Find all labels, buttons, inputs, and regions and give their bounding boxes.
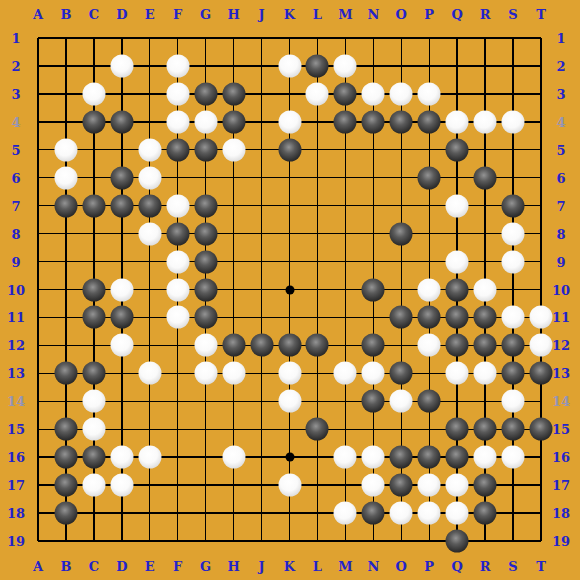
column-label: T [536, 8, 546, 21]
column-label: P [424, 8, 434, 21]
white-stone[interactable] [334, 54, 357, 77]
black-stone[interactable] [446, 306, 469, 329]
black-stone[interactable] [166, 222, 189, 245]
column-label: M [338, 8, 352, 21]
row-label: 16 [7, 451, 25, 464]
white-stone[interactable] [474, 110, 497, 133]
row-label: 2 [11, 59, 20, 72]
black-stone[interactable] [390, 474, 413, 497]
white-stone[interactable] [82, 82, 105, 105]
white-stone[interactable] [138, 166, 161, 189]
column-label: G [200, 560, 211, 573]
black-stone[interactable] [82, 306, 105, 329]
row-label: 14 [552, 395, 570, 408]
black-stone[interactable] [54, 474, 77, 497]
black-stone[interactable] [54, 502, 77, 525]
white-stone[interactable] [418, 82, 441, 105]
white-stone[interactable] [222, 362, 245, 385]
white-stone[interactable] [334, 446, 357, 469]
white-stone[interactable] [362, 82, 385, 105]
column-label: B [60, 560, 71, 573]
black-stone[interactable] [474, 502, 497, 525]
column-label: Q [451, 560, 462, 573]
row-label: 15 [7, 423, 25, 436]
black-stone[interactable] [306, 418, 329, 441]
row-label: 12 [7, 339, 25, 352]
white-stone[interactable] [474, 362, 497, 385]
white-stone[interactable] [530, 334, 553, 357]
black-stone[interactable] [138, 194, 161, 217]
white-stone[interactable] [362, 446, 385, 469]
white-stone[interactable] [110, 446, 133, 469]
row-label: 3 [11, 87, 20, 100]
column-label: J [258, 8, 264, 21]
row-label: 18 [7, 507, 25, 520]
white-stone[interactable] [110, 334, 133, 357]
black-stone[interactable] [194, 138, 217, 161]
black-stone[interactable] [362, 110, 385, 133]
white-stone[interactable] [278, 390, 301, 413]
black-stone[interactable] [474, 306, 497, 329]
white-stone[interactable] [194, 110, 217, 133]
black-stone[interactable] [446, 418, 469, 441]
white-stone[interactable] [166, 306, 189, 329]
white-stone[interactable] [166, 82, 189, 105]
white-stone[interactable] [138, 446, 161, 469]
white-stone[interactable] [502, 110, 525, 133]
row-label: 2 [556, 59, 565, 72]
row-label: 6 [11, 171, 20, 184]
column-label: N [367, 8, 379, 21]
column-label: J [258, 560, 264, 573]
row-label: 14 [7, 395, 25, 408]
column-label: F [173, 560, 182, 573]
white-stone[interactable] [138, 362, 161, 385]
white-stone[interactable] [194, 362, 217, 385]
white-stone[interactable] [418, 278, 441, 301]
white-stone[interactable] [54, 166, 77, 189]
white-stone[interactable] [110, 474, 133, 497]
black-stone[interactable] [250, 334, 273, 357]
column-label: C [89, 8, 99, 21]
white-stone[interactable] [306, 82, 329, 105]
black-stone[interactable] [82, 278, 105, 301]
black-stone[interactable] [278, 334, 301, 357]
black-stone[interactable] [306, 54, 329, 77]
white-stone[interactable] [418, 334, 441, 357]
black-stone[interactable] [194, 194, 217, 217]
row-label: 16 [552, 451, 570, 464]
black-stone[interactable] [362, 502, 385, 525]
black-stone[interactable] [362, 334, 385, 357]
white-stone[interactable] [530, 306, 553, 329]
row-label: 3 [556, 87, 565, 100]
row-label: 4 [11, 115, 20, 128]
black-stone[interactable] [362, 390, 385, 413]
white-stone[interactable] [334, 362, 357, 385]
white-stone[interactable] [446, 474, 469, 497]
white-stone[interactable] [446, 502, 469, 525]
row-label: 9 [11, 255, 20, 268]
row-label: 13 [552, 367, 570, 380]
white-stone[interactable] [502, 222, 525, 245]
black-stone[interactable] [446, 138, 469, 161]
black-stone[interactable] [110, 110, 133, 133]
white-stone[interactable] [502, 306, 525, 329]
black-stone[interactable] [474, 166, 497, 189]
row-label: 5 [11, 143, 20, 156]
white-stone[interactable] [502, 390, 525, 413]
column-label: L [313, 560, 322, 573]
black-stone[interactable] [82, 194, 105, 217]
black-stone[interactable] [446, 334, 469, 357]
white-stone[interactable] [138, 222, 161, 245]
white-stone[interactable] [418, 502, 441, 525]
row-label: 17 [552, 479, 570, 492]
column-label: A [33, 560, 43, 573]
white-stone[interactable] [390, 502, 413, 525]
column-label: P [424, 560, 434, 573]
row-label: 7 [556, 199, 565, 212]
black-stone[interactable] [390, 306, 413, 329]
white-stone[interactable] [138, 138, 161, 161]
column-label: G [200, 8, 211, 21]
black-stone[interactable] [54, 418, 77, 441]
column-label: K [284, 8, 295, 21]
black-stone[interactable] [334, 82, 357, 105]
black-stone[interactable] [110, 166, 133, 189]
column-label: N [367, 560, 379, 573]
black-stone[interactable] [474, 474, 497, 497]
column-label: S [508, 8, 517, 21]
column-label: L [313, 8, 322, 21]
white-stone[interactable] [110, 54, 133, 77]
black-stone[interactable] [418, 166, 441, 189]
black-stone[interactable] [418, 110, 441, 133]
white-stone[interactable] [110, 278, 133, 301]
black-stone[interactable] [530, 362, 553, 385]
white-stone[interactable] [166, 194, 189, 217]
row-label: 13 [7, 367, 25, 380]
column-label: D [116, 560, 127, 573]
column-label: E [145, 8, 155, 21]
column-label: S [508, 560, 517, 573]
row-label: 19 [552, 535, 570, 548]
black-stone[interactable] [474, 418, 497, 441]
column-label: R [480, 560, 491, 573]
column-label: M [338, 560, 352, 573]
white-stone[interactable] [166, 250, 189, 273]
black-stone[interactable] [222, 334, 245, 357]
black-stone[interactable] [194, 278, 217, 301]
white-stone[interactable] [502, 250, 525, 273]
white-stone[interactable] [390, 390, 413, 413]
white-stone[interactable] [390, 82, 413, 105]
black-stone[interactable] [418, 446, 441, 469]
black-stone[interactable] [474, 334, 497, 357]
black-stone[interactable] [446, 530, 469, 553]
column-label: B [60, 8, 71, 21]
row-label: 10 [7, 283, 25, 296]
black-stone[interactable] [390, 222, 413, 245]
black-stone[interactable] [418, 390, 441, 413]
black-stone[interactable] [194, 82, 217, 105]
row-label: 18 [552, 507, 570, 520]
black-stone[interactable] [390, 362, 413, 385]
row-label: 15 [552, 423, 570, 436]
white-stone[interactable] [446, 250, 469, 273]
white-stone[interactable] [166, 54, 189, 77]
black-stone[interactable] [110, 306, 133, 329]
star-point [285, 453, 294, 462]
white-stone[interactable] [222, 138, 245, 161]
white-stone[interactable] [446, 194, 469, 217]
white-stone[interactable] [474, 278, 497, 301]
star-point [285, 285, 294, 294]
column-label: O [396, 560, 407, 573]
column-label: K [284, 560, 295, 573]
black-stone[interactable] [54, 362, 77, 385]
row-label: 8 [11, 227, 20, 240]
white-stone[interactable] [474, 446, 497, 469]
black-stone[interactable] [82, 446, 105, 469]
column-label: H [227, 560, 239, 573]
white-stone[interactable] [166, 110, 189, 133]
row-label: 19 [7, 535, 25, 548]
white-stone[interactable] [334, 502, 357, 525]
white-stone[interactable] [166, 278, 189, 301]
column-label: C [89, 560, 99, 573]
white-stone[interactable] [362, 474, 385, 497]
black-stone[interactable] [166, 138, 189, 161]
white-stone[interactable] [278, 474, 301, 497]
white-stone[interactable] [446, 110, 469, 133]
black-stone[interactable] [502, 194, 525, 217]
white-stone[interactable] [82, 390, 105, 413]
black-stone[interactable] [446, 278, 469, 301]
black-stone[interactable] [194, 306, 217, 329]
column-label: E [145, 560, 155, 573]
column-label: F [173, 8, 182, 21]
row-label: 11 [552, 311, 570, 324]
black-stone[interactable] [418, 306, 441, 329]
row-label: 8 [556, 227, 565, 240]
row-label: 1 [556, 32, 565, 45]
black-stone[interactable] [194, 222, 217, 245]
black-stone[interactable] [306, 334, 329, 357]
column-label: T [536, 560, 546, 573]
row-label: 11 [7, 311, 25, 324]
white-stone[interactable] [362, 362, 385, 385]
black-stone[interactable] [82, 110, 105, 133]
row-label: 4 [556, 115, 565, 128]
white-stone[interactable] [222, 446, 245, 469]
black-stone[interactable] [446, 446, 469, 469]
column-label: D [116, 8, 127, 21]
row-label: 7 [11, 199, 20, 212]
white-stone[interactable] [194, 334, 217, 357]
row-label: 6 [556, 171, 565, 184]
column-label: A [33, 8, 43, 21]
white-stone[interactable] [278, 362, 301, 385]
black-stone[interactable] [390, 110, 413, 133]
column-label: Q [451, 8, 462, 21]
black-stone[interactable] [222, 110, 245, 133]
white-stone[interactable] [278, 110, 301, 133]
black-stone[interactable] [502, 362, 525, 385]
black-stone[interactable] [362, 278, 385, 301]
black-stone[interactable] [54, 194, 77, 217]
black-stone[interactable] [502, 334, 525, 357]
row-label: 9 [556, 255, 565, 268]
white-stone[interactable] [446, 362, 469, 385]
column-label: R [480, 8, 491, 21]
black-stone[interactable] [530, 418, 553, 441]
black-stone[interactable] [110, 194, 133, 217]
row-label: 17 [7, 479, 25, 492]
black-stone[interactable] [334, 110, 357, 133]
row-label: 1 [11, 32, 20, 45]
go-board-app: ABCDEFGHJKLMNOPQRST ABCDEFGHJKLMNOPQRST … [0, 0, 580, 580]
row-label: 12 [552, 339, 570, 352]
column-label: O [396, 8, 407, 21]
black-stone[interactable] [390, 446, 413, 469]
white-stone[interactable] [278, 54, 301, 77]
black-stone[interactable] [222, 82, 245, 105]
white-stone[interactable] [418, 474, 441, 497]
row-label: 10 [552, 283, 570, 296]
column-label: H [227, 8, 239, 21]
white-stone[interactable] [82, 474, 105, 497]
black-stone[interactable] [278, 138, 301, 161]
black-stone[interactable] [194, 250, 217, 273]
white-stone[interactable] [54, 138, 77, 161]
white-stone[interactable] [502, 446, 525, 469]
row-label: 5 [556, 143, 565, 156]
black-stone[interactable] [82, 362, 105, 385]
white-stone[interactable] [82, 418, 105, 441]
black-stone[interactable] [54, 446, 77, 469]
black-stone[interactable] [502, 418, 525, 441]
